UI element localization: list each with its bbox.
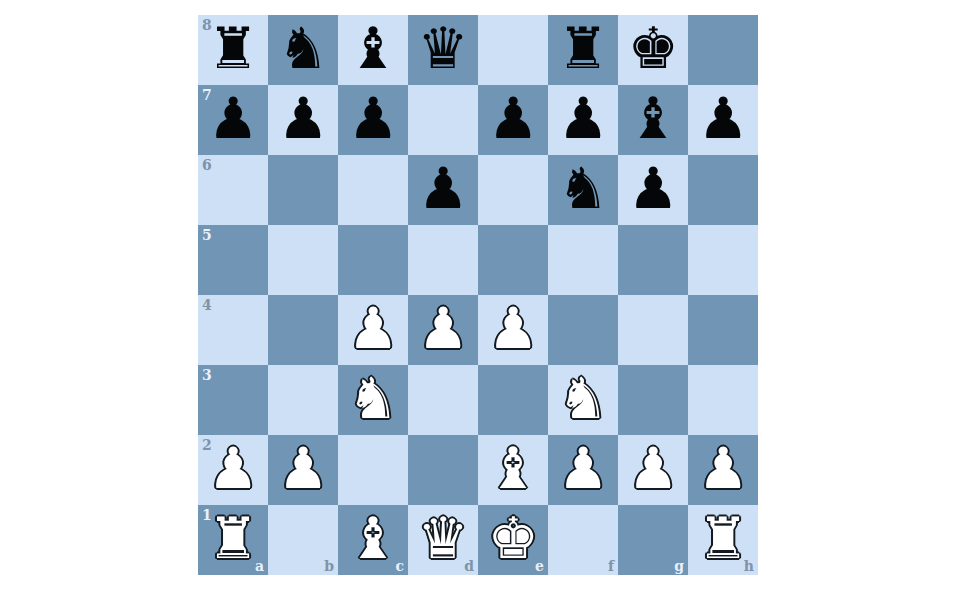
square-c3[interactable]: ♞ (338, 365, 408, 435)
square-f7[interactable]: ♟ (548, 85, 618, 155)
square-c7[interactable]: ♟ (338, 85, 408, 155)
file-label-f: f (608, 559, 614, 573)
square-e5[interactable] (478, 225, 548, 295)
square-c2[interactable] (338, 435, 408, 505)
square-e7[interactable]: ♟ (478, 85, 548, 155)
piece-white-pawn[interactable]: ♟ (207, 440, 258, 497)
square-e4[interactable]: ♟ (478, 295, 548, 365)
piece-black-pawn[interactable]: ♟ (207, 90, 258, 147)
piece-black-bishop[interactable]: ♝ (627, 90, 678, 147)
square-c5[interactable] (338, 225, 408, 295)
square-g1[interactable]: g (618, 505, 688, 575)
square-b5[interactable] (268, 225, 338, 295)
square-f6[interactable]: ♞ (548, 155, 618, 225)
piece-white-pawn[interactable]: ♟ (417, 300, 468, 357)
square-d3[interactable] (408, 365, 478, 435)
rank-label-4: 4 (202, 298, 212, 312)
square-b2[interactable]: ♟ (268, 435, 338, 505)
piece-black-bishop[interactable]: ♝ (347, 20, 398, 77)
square-d7[interactable] (408, 85, 478, 155)
square-a5[interactable]: 5 (198, 225, 268, 295)
rank-label-3: 3 (202, 368, 212, 382)
square-g8[interactable]: ♚ (618, 15, 688, 85)
square-h8[interactable] (688, 15, 758, 85)
piece-white-pawn[interactable]: ♟ (487, 300, 538, 357)
square-b3[interactable] (268, 365, 338, 435)
rank-label-5: 5 (202, 228, 212, 242)
square-d5[interactable] (408, 225, 478, 295)
square-b8[interactable]: ♞ (268, 15, 338, 85)
square-d4[interactable]: ♟ (408, 295, 478, 365)
piece-black-rook[interactable]: ♜ (557, 20, 608, 77)
chess-board: 8♜♞♝♛♜♚7♟♟♟♟♟♝♟6♟♞♟54♟♟♟3♞♞2♟♟♝♟♟♟1a♜bc♝… (198, 15, 758, 575)
square-g5[interactable] (618, 225, 688, 295)
square-h5[interactable] (688, 225, 758, 295)
square-e1[interactable]: e♚ (478, 505, 548, 575)
rank-label-6: 6 (202, 158, 212, 172)
square-g3[interactable] (618, 365, 688, 435)
piece-white-pawn[interactable]: ♟ (627, 440, 678, 497)
square-h1[interactable]: h♜ (688, 505, 758, 575)
piece-white-bishop[interactable]: ♝ (347, 510, 398, 567)
piece-white-pawn[interactable]: ♟ (277, 440, 328, 497)
square-b6[interactable] (268, 155, 338, 225)
square-h7[interactable]: ♟ (688, 85, 758, 155)
file-label-g: g (674, 559, 684, 573)
square-a8[interactable]: 8♜ (198, 15, 268, 85)
piece-white-rook[interactable]: ♜ (697, 510, 748, 567)
square-b1[interactable]: b (268, 505, 338, 575)
square-a7[interactable]: 7♟ (198, 85, 268, 155)
square-f2[interactable]: ♟ (548, 435, 618, 505)
square-c6[interactable] (338, 155, 408, 225)
square-f4[interactable] (548, 295, 618, 365)
square-d2[interactable] (408, 435, 478, 505)
square-e8[interactable] (478, 15, 548, 85)
square-g4[interactable] (618, 295, 688, 365)
piece-white-bishop[interactable]: ♝ (487, 440, 538, 497)
piece-black-pawn[interactable]: ♟ (557, 90, 608, 147)
square-e3[interactable] (478, 365, 548, 435)
square-g6[interactable]: ♟ (618, 155, 688, 225)
square-e6[interactable] (478, 155, 548, 225)
piece-white-pawn[interactable]: ♟ (697, 440, 748, 497)
square-c1[interactable]: c♝ (338, 505, 408, 575)
square-g2[interactable]: ♟ (618, 435, 688, 505)
piece-black-knight[interactable]: ♞ (277, 20, 328, 77)
piece-black-pawn[interactable]: ♟ (417, 160, 468, 217)
piece-black-king[interactable]: ♚ (627, 20, 678, 77)
piece-black-pawn[interactable]: ♟ (627, 160, 678, 217)
square-e2[interactable]: ♝ (478, 435, 548, 505)
square-a3[interactable]: 3 (198, 365, 268, 435)
square-b4[interactable] (268, 295, 338, 365)
square-a6[interactable]: 6 (198, 155, 268, 225)
square-a4[interactable]: 4 (198, 295, 268, 365)
square-h4[interactable] (688, 295, 758, 365)
piece-white-rook[interactable]: ♜ (207, 510, 258, 567)
square-h6[interactable] (688, 155, 758, 225)
square-d8[interactable]: ♛ (408, 15, 478, 85)
square-f3[interactable]: ♞ (548, 365, 618, 435)
piece-white-knight[interactable]: ♞ (557, 370, 608, 427)
piece-white-pawn[interactable]: ♟ (347, 300, 398, 357)
square-a1[interactable]: 1a♜ (198, 505, 268, 575)
piece-white-pawn[interactable]: ♟ (557, 440, 608, 497)
square-g7[interactable]: ♝ (618, 85, 688, 155)
piece-black-rook[interactable]: ♜ (207, 20, 258, 77)
piece-black-pawn[interactable]: ♟ (347, 90, 398, 147)
square-b7[interactable]: ♟ (268, 85, 338, 155)
square-f1[interactable]: f (548, 505, 618, 575)
piece-black-pawn[interactable]: ♟ (697, 90, 748, 147)
square-h3[interactable] (688, 365, 758, 435)
square-a2[interactable]: 2♟ (198, 435, 268, 505)
square-d6[interactable]: ♟ (408, 155, 478, 225)
square-f5[interactable] (548, 225, 618, 295)
piece-white-king[interactable]: ♚ (487, 510, 538, 567)
piece-black-pawn[interactable]: ♟ (487, 90, 538, 147)
piece-white-knight[interactable]: ♞ (347, 370, 398, 427)
square-c8[interactable]: ♝ (338, 15, 408, 85)
piece-black-pawn[interactable]: ♟ (277, 90, 328, 147)
square-c4[interactable]: ♟ (338, 295, 408, 365)
square-h2[interactable]: ♟ (688, 435, 758, 505)
piece-black-queen[interactable]: ♛ (417, 20, 468, 77)
square-d1[interactable]: d♛ (408, 505, 478, 575)
square-f8[interactable]: ♜ (548, 15, 618, 85)
piece-black-knight[interactable]: ♞ (557, 160, 608, 217)
file-label-b: b (324, 559, 334, 573)
piece-white-queen[interactable]: ♛ (417, 510, 468, 567)
